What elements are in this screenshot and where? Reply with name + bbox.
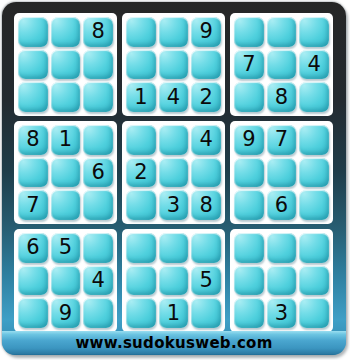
cell-r6c5[interactable]: 3 — [159, 190, 189, 220]
cell-r3c6[interactable]: 2 — [191, 82, 221, 112]
cell-r3c2[interactable] — [51, 82, 81, 112]
cell-r8c7[interactable] — [234, 266, 264, 296]
cell-r5c6[interactable] — [191, 158, 221, 188]
sudoku-board: 89142748816742389766549513 — [14, 13, 333, 332]
box-2-1: 8167 — [14, 121, 117, 224]
cell-r3c7[interactable] — [234, 82, 264, 112]
cell-r7c4[interactable] — [126, 233, 156, 263]
cell-r7c7[interactable] — [234, 233, 264, 263]
cell-r3c3[interactable] — [83, 82, 113, 112]
cell-r2c9[interactable]: 4 — [299, 50, 329, 80]
cell-r7c2[interactable]: 5 — [51, 233, 81, 263]
cell-r1c8[interactable] — [267, 17, 297, 47]
cell-r2c2[interactable] — [51, 50, 81, 80]
cell-r9c5[interactable]: 1 — [159, 298, 189, 328]
box-2-2: 4238 — [122, 121, 225, 224]
cell-r2c8[interactable] — [267, 50, 297, 80]
cell-r3c9[interactable] — [299, 82, 329, 112]
cell-r6c2[interactable] — [51, 190, 81, 220]
box-1-3: 748 — [230, 13, 333, 116]
cell-r4c1[interactable]: 8 — [18, 125, 48, 155]
cell-r4c7[interactable]: 9 — [234, 125, 264, 155]
cell-r9c6[interactable] — [191, 298, 221, 328]
cell-r6c7[interactable] — [234, 190, 264, 220]
sudoku-page: 89142748816742389766549513 www.sudokuswe… — [0, 0, 350, 360]
cell-r7c9[interactable] — [299, 233, 329, 263]
cell-r3c1[interactable] — [18, 82, 48, 112]
cell-r8c1[interactable] — [18, 266, 48, 296]
cell-r4c5[interactable] — [159, 125, 189, 155]
box-1-1: 8 — [14, 13, 117, 116]
cell-r8c5[interactable] — [159, 266, 189, 296]
cell-r5c5[interactable] — [159, 158, 189, 188]
cell-r4c4[interactable] — [126, 125, 156, 155]
cell-r4c6[interactable]: 4 — [191, 125, 221, 155]
cell-r1c9[interactable] — [299, 17, 329, 47]
cell-r7c6[interactable] — [191, 233, 221, 263]
cell-r9c7[interactable] — [234, 298, 264, 328]
cell-r2c4[interactable] — [126, 50, 156, 80]
cell-r9c4[interactable] — [126, 298, 156, 328]
cell-r7c8[interactable] — [267, 233, 297, 263]
cell-r3c5[interactable]: 4 — [159, 82, 189, 112]
cell-r2c1[interactable] — [18, 50, 48, 80]
cell-r9c8[interactable]: 3 — [267, 298, 297, 328]
cell-r1c3[interactable]: 8 — [83, 17, 113, 47]
cell-r3c8[interactable]: 8 — [267, 82, 297, 112]
footer-band: www.sudokusweb.com — [2, 331, 346, 355]
cell-r5c3[interactable]: 6 — [83, 158, 113, 188]
cell-r4c2[interactable]: 1 — [51, 125, 81, 155]
cell-r8c6[interactable]: 5 — [191, 266, 221, 296]
cell-r2c7[interactable]: 7 — [234, 50, 264, 80]
cell-r6c3[interactable] — [83, 190, 113, 220]
cell-r1c7[interactable] — [234, 17, 264, 47]
cell-r8c4[interactable] — [126, 266, 156, 296]
cell-r4c9[interactable] — [299, 125, 329, 155]
cell-r5c4[interactable]: 2 — [126, 158, 156, 188]
cell-r8c8[interactable] — [267, 266, 297, 296]
cell-r5c7[interactable] — [234, 158, 264, 188]
cell-r9c3[interactable] — [83, 298, 113, 328]
cell-r2c6[interactable] — [191, 50, 221, 80]
cell-r2c3[interactable] — [83, 50, 113, 80]
cell-r4c3[interactable] — [83, 125, 113, 155]
cell-r7c3[interactable] — [83, 233, 113, 263]
site-url-link[interactable]: www.sudokusweb.com — [75, 336, 272, 351]
cell-r9c9[interactable] — [299, 298, 329, 328]
cell-r6c6[interactable]: 8 — [191, 190, 221, 220]
cell-r8c3[interactable]: 4 — [83, 266, 113, 296]
box-3-1: 6549 — [14, 229, 117, 332]
cell-r6c1[interactable]: 7 — [18, 190, 48, 220]
cell-r7c1[interactable]: 6 — [18, 233, 48, 263]
cell-r1c1[interactable] — [18, 17, 48, 47]
box-2-3: 976 — [230, 121, 333, 224]
box-3-3: 3 — [230, 229, 333, 332]
cell-r9c2[interactable]: 9 — [51, 298, 81, 328]
cell-r1c6[interactable]: 9 — [191, 17, 221, 47]
cell-r5c2[interactable] — [51, 158, 81, 188]
cell-r1c4[interactable] — [126, 17, 156, 47]
cell-r6c9[interactable] — [299, 190, 329, 220]
cell-r2c5[interactable] — [159, 50, 189, 80]
cell-r5c8[interactable] — [267, 158, 297, 188]
box-3-2: 51 — [122, 229, 225, 332]
cell-r5c9[interactable] — [299, 158, 329, 188]
cell-r4c8[interactable]: 7 — [267, 125, 297, 155]
cell-r7c5[interactable] — [159, 233, 189, 263]
cell-r3c4[interactable]: 1 — [126, 82, 156, 112]
cell-r8c9[interactable] — [299, 266, 329, 296]
sudoku-board-frame: 89142748816742389766549513 www.sudokuswe… — [2, 2, 346, 355]
cell-r5c1[interactable] — [18, 158, 48, 188]
cell-r8c2[interactable] — [51, 266, 81, 296]
cell-r1c5[interactable] — [159, 17, 189, 47]
box-1-2: 9142 — [122, 13, 225, 116]
cell-r9c1[interactable] — [18, 298, 48, 328]
cell-r6c8[interactable]: 6 — [267, 190, 297, 220]
cell-r1c2[interactable] — [51, 17, 81, 47]
cell-r6c4[interactable] — [126, 190, 156, 220]
